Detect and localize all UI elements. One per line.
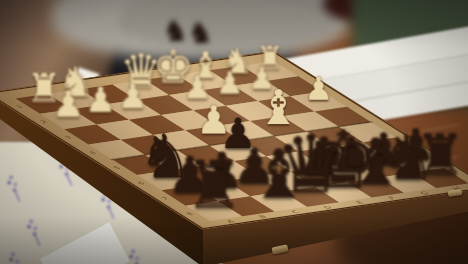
scene-photo: ABCDEFGH12345678♜♝♛♚♝♞♜♟♟♟♟♟♟♟♞♟♟♝♟♟♟♟♟♟… [0, 0, 468, 264]
offboard-black-knight: ♞ [187, 18, 214, 48]
lavender-sprig [24, 222, 46, 248]
offboard-black-knight: ♞ [162, 16, 189, 46]
lavender-sprig [126, 252, 148, 264]
lavender-sprig [4, 178, 26, 204]
file-label-b: B [255, 214, 272, 220]
lavender-sprig [6, 255, 28, 264]
